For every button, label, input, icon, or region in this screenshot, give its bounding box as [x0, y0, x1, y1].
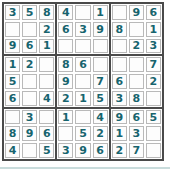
cell-r2c5[interactable]: 3: [75, 22, 90, 37]
cell-r9c9[interactable]: [146, 143, 161, 158]
cell-r1c2[interactable]: 5: [22, 5, 37, 20]
cell-r9c2[interactable]: [22, 143, 37, 158]
cell-r9c4[interactable]: 3: [58, 143, 73, 158]
cell-r8c1[interactable]: 8: [5, 126, 20, 141]
cell-r2c2[interactable]: [22, 22, 37, 37]
cell-r5c1[interactable]: 5: [5, 74, 20, 89]
cell-r1c5[interactable]: [75, 5, 90, 20]
cell-r3c1[interactable]: 9: [5, 39, 20, 54]
cell-r9c3[interactable]: 5: [39, 143, 54, 158]
cell-r5c4[interactable]: 9: [58, 74, 73, 89]
cell-r1c3[interactable]: 8: [39, 5, 54, 20]
cell-r6c3[interactable]: 4: [39, 91, 54, 106]
cell-r3c6[interactable]: [93, 39, 108, 54]
cell-r7c6[interactable]: 4: [93, 110, 108, 125]
cell-r5c3[interactable]: [39, 74, 54, 89]
cell-r5c7[interactable]: 6: [112, 74, 127, 89]
cell-r2c1[interactable]: [5, 22, 20, 37]
cell-r4c5[interactable]: 6: [75, 57, 90, 72]
cell-r7c8[interactable]: 6: [129, 110, 144, 125]
cell-r7c7[interactable]: 9: [112, 110, 127, 125]
cell-r8c8[interactable]: 3: [129, 126, 144, 141]
cell-r8c6[interactable]: 2: [93, 126, 108, 141]
cell-r6c5[interactable]: 1: [75, 91, 90, 106]
block-9: 9651327: [111, 109, 162, 159]
block-3: 968123: [111, 4, 162, 54]
cell-r5c5[interactable]: [75, 74, 90, 89]
cell-r1c9[interactable]: 6: [146, 5, 161, 20]
cell-r2c8[interactable]: [129, 22, 144, 37]
cell-r3c2[interactable]: 6: [22, 39, 37, 54]
cell-r2c9[interactable]: 1: [146, 22, 161, 37]
cell-r3c4[interactable]: [58, 39, 73, 54]
cell-r7c3[interactable]: [39, 110, 54, 125]
cell-r8c7[interactable]: 1: [112, 126, 127, 141]
cell-r1c4[interactable]: 4: [58, 5, 73, 20]
block-5: 8697215: [57, 56, 108, 106]
cell-r1c7[interactable]: [112, 5, 127, 20]
cell-r5c2[interactable]: [22, 74, 37, 89]
cell-r4c4[interactable]: 8: [58, 57, 73, 72]
cell-r9c5[interactable]: 9: [75, 143, 90, 158]
cell-r8c3[interactable]: 6: [39, 126, 54, 141]
cell-r9c6[interactable]: 6: [93, 143, 108, 158]
cell-r3c8[interactable]: 2: [129, 39, 144, 54]
cell-r5c9[interactable]: 2: [146, 74, 161, 89]
cell-r3c9[interactable]: 3: [146, 39, 161, 54]
cell-r5c8[interactable]: [129, 74, 144, 89]
cell-r6c8[interactable]: 8: [129, 91, 144, 106]
cell-r6c6[interactable]: 5: [93, 91, 108, 106]
cell-r6c2[interactable]: [22, 91, 37, 106]
cell-r9c8[interactable]: 7: [129, 143, 144, 158]
cell-r5c6[interactable]: 7: [93, 74, 108, 89]
sudoku-widget: 3582961416399681231256486972157623838964…: [0, 0, 170, 170]
cell-r8c5[interactable]: 5: [75, 126, 90, 141]
cell-r7c9[interactable]: 5: [146, 110, 161, 125]
cell-r1c1[interactable]: 3: [5, 5, 20, 20]
cell-r8c4[interactable]: [58, 126, 73, 141]
cell-r1c6[interactable]: 1: [93, 5, 108, 20]
cell-r8c9[interactable]: [146, 126, 161, 141]
cell-r7c5[interactable]: [75, 110, 90, 125]
cell-r7c1[interactable]: [5, 110, 20, 125]
cell-r4c6[interactable]: [93, 57, 108, 72]
cell-r2c7[interactable]: 8: [112, 22, 127, 37]
cell-r8c2[interactable]: 9: [22, 126, 37, 141]
cell-r4c3[interactable]: [39, 57, 54, 72]
block-7: 389645: [4, 109, 55, 159]
cell-r3c7[interactable]: [112, 39, 127, 54]
bottom-divider: [0, 167, 170, 169]
cell-r2c6[interactable]: 9: [93, 22, 108, 37]
block-2: 41639: [57, 4, 108, 54]
cell-r3c3[interactable]: 1: [39, 39, 54, 54]
block-8: 1452396: [57, 109, 108, 159]
block-4: 12564: [4, 56, 55, 106]
cell-r7c2[interactable]: 3: [22, 110, 37, 125]
cell-r4c1[interactable]: 1: [5, 57, 20, 72]
cell-r3c5[interactable]: [75, 39, 90, 54]
cell-r9c7[interactable]: 2: [112, 143, 127, 158]
cell-r4c8[interactable]: [129, 57, 144, 72]
cell-r6c7[interactable]: 3: [112, 91, 127, 106]
cell-r2c4[interactable]: 6: [58, 22, 73, 37]
cell-r6c9[interactable]: [146, 91, 161, 106]
cell-r4c7[interactable]: [112, 57, 127, 72]
cell-r6c1[interactable]: 6: [5, 91, 20, 106]
block-6: 76238: [111, 56, 162, 106]
cell-r9c1[interactable]: 4: [5, 143, 20, 158]
cell-r6c4[interactable]: 2: [58, 91, 73, 106]
sudoku-board: 3582961416399681231256486972157623838964…: [2, 2, 164, 161]
cell-r7c4[interactable]: 1: [58, 110, 73, 125]
cell-r4c9[interactable]: 7: [146, 57, 161, 72]
block-1: 3582961: [4, 4, 55, 54]
cell-r2c3[interactable]: 2: [39, 22, 54, 37]
cell-r4c2[interactable]: 2: [22, 57, 37, 72]
cell-r1c8[interactable]: 9: [129, 5, 144, 20]
